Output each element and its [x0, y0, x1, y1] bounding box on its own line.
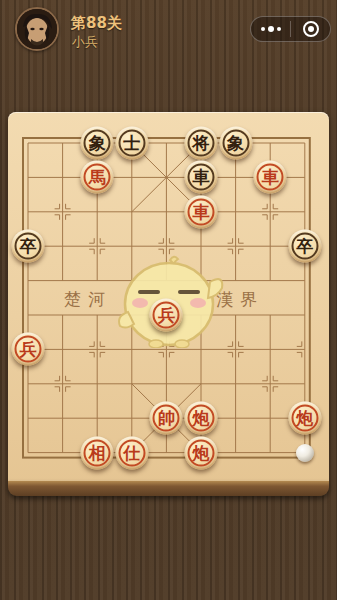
piece-glyph: 兵 — [153, 302, 180, 329]
player-avatar[interactable] — [15, 7, 59, 51]
avatar-portrait — [17, 9, 57, 49]
close-button[interactable] — [291, 17, 330, 41]
piece-glyph: 士 — [118, 130, 145, 157]
piece-glyph: 炮 — [188, 405, 215, 432]
piece-glyph: 相 — [84, 439, 111, 466]
piece-red-馬-c2r1[interactable]: 馬 — [81, 161, 114, 194]
piece-glyph: 帥 — [153, 405, 180, 432]
piece-red-車-c7r1[interactable]: 車 — [254, 161, 287, 194]
piece-red-仕-c3r9[interactable]: 仕 — [115, 436, 148, 469]
piece-black-卒-c8r3[interactable]: 卒 — [288, 230, 321, 263]
piece-black-将-c5r0[interactable]: 将 — [185, 127, 218, 160]
piece-black-卒-c0r3[interactable]: 卒 — [12, 230, 45, 263]
piece-glyph: 炮 — [291, 405, 318, 432]
piece-black-象-c6r0[interactable]: 象 — [219, 127, 252, 160]
piece-black-士-c3r0[interactable]: 士 — [115, 127, 148, 160]
piece-glyph: 仕 — [118, 439, 145, 466]
piece-red-相-c2r9[interactable]: 相 — [81, 436, 114, 469]
piece-glyph: 車 — [188, 164, 215, 191]
piece-glyph: 象 — [84, 130, 111, 157]
piece-glyph: 車 — [257, 164, 284, 191]
more-dots-icon — [261, 26, 281, 32]
level-title: 第88关 — [71, 14, 122, 33]
piece-black-象-c2r0[interactable]: 象 — [81, 127, 114, 160]
piece-black-車-c5r1[interactable]: 車 — [185, 161, 218, 194]
piece-red-兵-c0r6[interactable]: 兵 — [12, 333, 45, 366]
piece-red-炮-c5r9[interactable]: 炮 — [185, 436, 218, 469]
piece-glyph: 車 — [188, 198, 215, 225]
board-bevel — [8, 481, 329, 496]
xiangqi-board[interactable]: 楚河 漢界 象士将象車卒卒馬車車兵兵帥炮炮相仕炮 — [8, 112, 329, 483]
target-circle-icon — [303, 21, 319, 37]
piece-red-炮-c8r8[interactable]: 炮 — [288, 402, 321, 435]
piece-glyph: 馬 — [84, 164, 111, 191]
bottom-toolbar: 锦 14 18步 3DMGAME — [0, 540, 337, 600]
piece-red-炮-c5r8[interactable]: 炮 — [185, 402, 218, 435]
piece-glyph: 炮 — [188, 439, 215, 466]
piece-glyph: 将 — [188, 130, 215, 157]
miniprogram-capsule — [250, 16, 331, 42]
piece-glyph: 卒 — [15, 233, 42, 260]
piece-red-車-c5r2[interactable]: 車 — [185, 195, 218, 228]
piece-red-帥-c4r8[interactable]: 帥 — [150, 402, 183, 435]
piece-glyph: 象 — [222, 130, 249, 157]
player-rank: 小兵 — [72, 33, 98, 51]
white-marker-ball[interactable] — [296, 444, 314, 462]
more-menu-button[interactable] — [251, 17, 290, 41]
piece-glyph: 卒 — [291, 233, 318, 260]
header: 第88关 小兵 — [0, 0, 337, 58]
piece-glyph: 兵 — [15, 336, 42, 363]
piece-red-兵-c4r5[interactable]: 兵 — [150, 299, 183, 332]
river-label-left: 楚河 — [64, 289, 112, 309]
